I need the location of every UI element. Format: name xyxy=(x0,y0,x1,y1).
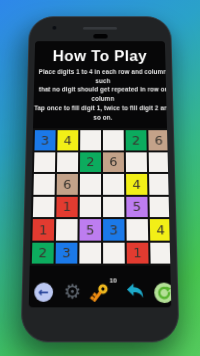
phone-mockup: How To Play Place digits 1 to 4 in each … xyxy=(20,16,179,342)
hint-button[interactable]: 10 xyxy=(92,280,116,306)
grid-cell-r6c6[interactable] xyxy=(150,242,171,263)
grid-cell-r2c6[interactable] xyxy=(149,152,170,172)
grid-cell-r3c5[interactable]: 4 xyxy=(126,174,147,194)
grid-cell-r4c3[interactable] xyxy=(80,196,101,217)
grid-cell-r2c1[interactable] xyxy=(34,152,55,172)
undo-icon xyxy=(126,282,144,298)
grid-cell-r5c2[interactable] xyxy=(56,219,78,240)
grid-cell-r1c3[interactable] xyxy=(80,130,101,150)
grid-cell-r1c2[interactable]: 4 xyxy=(57,130,78,150)
grid-cell-r6c5[interactable]: 1 xyxy=(127,242,149,263)
grid-cell-r4c1[interactable] xyxy=(33,196,55,217)
grid-cell-r6c4[interactable] xyxy=(103,242,125,263)
grid-cell-r1c4[interactable] xyxy=(103,130,124,150)
phone-frame: How To Play Place digits 1 to 4 in each … xyxy=(20,16,179,342)
speaker-hole xyxy=(93,34,107,38)
back-button[interactable]: ← xyxy=(34,283,53,302)
instructions: Place digits 1 to 4 in each row and colu… xyxy=(33,67,171,123)
grid-cell-r5c5[interactable] xyxy=(126,219,148,240)
grid-cell-r2c3[interactable]: 2 xyxy=(80,152,101,172)
hint-count-badge: 10 xyxy=(110,277,117,283)
back-arrow-icon: ← xyxy=(38,285,49,298)
grid-cell-r3c4[interactable] xyxy=(103,174,124,194)
instructions-line-3: Tap once to fill digit 1, twice to fill … xyxy=(33,104,171,123)
page-title: How To Play xyxy=(35,48,166,64)
undo-button[interactable] xyxy=(126,282,144,302)
grid-cell-r6c2[interactable]: 3 xyxy=(56,242,78,263)
grid-cell-r3c3[interactable] xyxy=(80,174,101,194)
grid-cell-r2c5[interactable] xyxy=(126,152,147,172)
grid-cell-r4c5[interactable]: 5 xyxy=(126,196,148,217)
grid-cell-r4c4[interactable] xyxy=(103,196,124,217)
grid-cell-r2c4[interactable]: 6 xyxy=(103,152,124,172)
grid-cell-r3c1[interactable] xyxy=(33,174,55,194)
grid-cell-r2c2[interactable] xyxy=(57,152,78,172)
gear-icon: ⚙ xyxy=(63,280,81,304)
gradient-background: How To Play Place digits 1 to 4 in each … xyxy=(0,0,200,356)
grid-cell-r5c4[interactable]: 3 xyxy=(103,219,125,240)
grid-cell-r4c6[interactable] xyxy=(149,196,171,217)
instructions-line-2: that no digit should get repeated in row… xyxy=(34,85,172,104)
grid-cell-r1c5[interactable]: 2 xyxy=(126,130,147,150)
key-icon xyxy=(89,282,110,305)
restart-icon xyxy=(157,285,171,299)
grid-cell-r5c6[interactable]: 4 xyxy=(150,219,171,240)
instructions-line-1: Place digits 1 to 4 in each row and colu… xyxy=(34,67,171,85)
grid-cell-r5c3[interactable]: 5 xyxy=(80,219,102,240)
grid-cell-r3c2[interactable]: 6 xyxy=(57,174,78,194)
speaker-slot xyxy=(83,27,117,29)
grid-cell-r4c2[interactable]: 1 xyxy=(56,196,78,217)
grid-cell-r3c6[interactable] xyxy=(149,174,171,194)
grid-cell-r6c3[interactable] xyxy=(79,242,101,263)
toolbar: ← ⚙ 10 xyxy=(29,280,172,306)
grid-cell-r1c6[interactable]: 6 xyxy=(148,130,169,150)
grid-cell-r1c1[interactable]: 3 xyxy=(34,130,55,150)
restart-button[interactable] xyxy=(154,282,171,302)
grid-cell-r6c1[interactable]: 2 xyxy=(32,242,54,263)
phone-screen: How To Play Place digits 1 to 4 in each … xyxy=(29,41,172,307)
grid-cell-r5c1[interactable]: 1 xyxy=(32,219,54,240)
front-camera-icon xyxy=(52,26,55,29)
puzzle-grid: 34262664151534231 xyxy=(30,128,172,265)
settings-button[interactable]: ⚙ xyxy=(63,282,81,303)
